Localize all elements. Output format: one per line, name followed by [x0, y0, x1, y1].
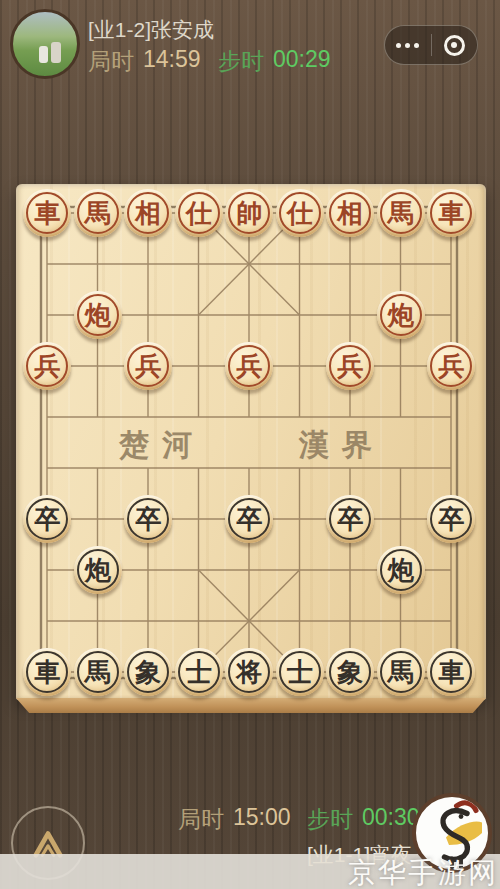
piece-character: 将: [236, 659, 262, 685]
move-time-label: 步时: [307, 804, 353, 835]
piece-character: 馬: [388, 200, 414, 226]
piece-character: 兵: [337, 353, 363, 379]
watermark-text: 京华手游网: [348, 854, 498, 889]
game-time-label: 局时: [178, 804, 224, 835]
board-bottom-bevel: [16, 698, 486, 713]
piece-character: 卒: [34, 506, 60, 532]
piece-character: 象: [135, 659, 161, 685]
top-player-avatar: [10, 9, 80, 79]
close-circle-icon: [444, 35, 465, 56]
move-time-label: 步时: [218, 46, 264, 77]
avatar-photo-figure: [51, 42, 61, 63]
piece-卒-black[interactable]: 卒: [326, 495, 374, 543]
top-move-timer: 步时 00:29: [218, 46, 331, 77]
piece-character: 帥: [236, 200, 262, 226]
avatar-photo-figure: [39, 46, 48, 63]
piece-character: 卒: [135, 506, 161, 532]
piece-character: 象: [337, 659, 363, 685]
piece-character: 車: [438, 659, 464, 685]
piece-兵-red[interactable]: 兵: [427, 342, 475, 390]
piece-車-red[interactable]: 車: [23, 189, 71, 237]
piece-炮-black[interactable]: 炮: [74, 546, 122, 594]
piece-士-black[interactable]: 士: [276, 648, 324, 696]
piece-兵-red[interactable]: 兵: [326, 342, 374, 390]
piece-character: 炮: [85, 557, 111, 583]
piece-character: 馬: [388, 659, 414, 685]
piece-character: 士: [186, 659, 212, 685]
piece-兵-red[interactable]: 兵: [124, 342, 172, 390]
piece-character: 馬: [85, 659, 111, 685]
piece-炮-red[interactable]: 炮: [377, 291, 425, 339]
move-time-value: 00:30: [362, 804, 420, 835]
piece-象-black[interactable]: 象: [124, 648, 172, 696]
piece-character: 兵: [34, 353, 60, 379]
piece-character: 車: [34, 659, 60, 685]
piece-馬-black[interactable]: 馬: [377, 648, 425, 696]
xiangqi-board[interactable]: 楚河 漢界 車馬相仕帥仕相馬車炮炮兵兵兵兵兵卒卒卒卒卒炮炮車馬象士将士象馬車: [16, 184, 486, 713]
piece-車-red[interactable]: 車: [427, 189, 475, 237]
piece-卒-black[interactable]: 卒: [225, 495, 273, 543]
piece-将-black[interactable]: 将: [225, 648, 273, 696]
piece-卒-black[interactable]: 卒: [427, 495, 475, 543]
piece-車-black[interactable]: 車: [427, 648, 475, 696]
piece-相-red[interactable]: 相: [326, 189, 374, 237]
piece-character: 兵: [135, 353, 161, 379]
piece-character: 仕: [186, 200, 212, 226]
piece-character: 卒: [236, 506, 262, 532]
piece-character: 相: [135, 200, 161, 226]
piece-character: 兵: [438, 353, 464, 379]
more-dots-icon: [396, 43, 419, 48]
piece-character: 卒: [337, 506, 363, 532]
pieces-grid: 車馬相仕帥仕相馬車炮炮兵兵兵兵兵卒卒卒卒卒炮炮車馬象士将士象馬車: [22, 187, 477, 697]
piece-character: 馬: [85, 200, 111, 226]
piece-仕-red[interactable]: 仕: [175, 189, 223, 237]
piece-士-black[interactable]: 士: [175, 648, 223, 696]
more-button[interactable]: [385, 26, 431, 64]
piece-象-black[interactable]: 象: [326, 648, 374, 696]
game-screen: [业1-2]张安成 局时 14:59 步时 00:29: [0, 0, 500, 889]
piece-帥-red[interactable]: 帥: [225, 189, 273, 237]
piece-character: 車: [438, 200, 464, 226]
bottom-game-timer: 局时 15:00: [178, 804, 291, 835]
game-time-value: 14:59: [143, 46, 201, 77]
piece-馬-red[interactable]: 馬: [74, 189, 122, 237]
piece-兵-red[interactable]: 兵: [225, 342, 273, 390]
piece-character: 兵: [236, 353, 262, 379]
piece-character: 車: [34, 200, 60, 226]
piece-character: 卒: [438, 506, 464, 532]
piece-馬-red[interactable]: 馬: [377, 189, 425, 237]
top-game-timer: 局时 14:59: [88, 46, 201, 77]
bottom-move-timer: 步时 00:30: [307, 804, 420, 835]
game-time-value: 15:00: [233, 804, 291, 835]
piece-character: 炮: [388, 557, 414, 583]
piece-兵-red[interactable]: 兵: [23, 342, 71, 390]
piece-仕-red[interactable]: 仕: [276, 189, 324, 237]
piece-相-red[interactable]: 相: [124, 189, 172, 237]
piece-車-black[interactable]: 車: [23, 648, 71, 696]
piece-character: 士: [287, 659, 313, 685]
piece-character: 仕: [287, 200, 313, 226]
piece-卒-black[interactable]: 卒: [124, 495, 172, 543]
piece-character: 相: [337, 200, 363, 226]
piece-character: 炮: [388, 302, 414, 328]
piece-馬-black[interactable]: 馬: [74, 648, 122, 696]
close-button[interactable]: [432, 26, 478, 64]
top-player-name: [业1-2]张安成: [88, 16, 214, 44]
game-time-label: 局时: [88, 46, 134, 77]
move-time-value: 00:29: [273, 46, 331, 77]
piece-炮-red[interactable]: 炮: [74, 291, 122, 339]
piece-character: 炮: [85, 302, 111, 328]
piece-卒-black[interactable]: 卒: [23, 495, 71, 543]
wechat-capsule: [384, 25, 478, 65]
piece-炮-black[interactable]: 炮: [377, 546, 425, 594]
